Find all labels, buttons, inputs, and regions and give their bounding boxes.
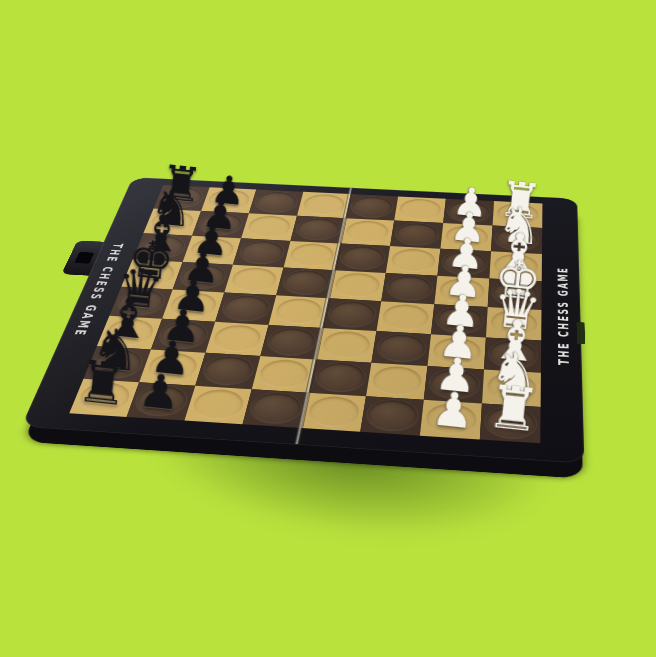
board-3d-stage: THE CHESS GAME ♜♟♟♜♞♟♟♞♝♟♟♝♚♟♟♚♛♟♟♛♝♟♟♝♞…: [21, 177, 584, 463]
square-recess: [386, 275, 433, 301]
square-recess: [190, 388, 247, 420]
right-edge-title: THE CHESS GAME: [554, 197, 574, 462]
square-b6[interactable]: [195, 353, 260, 389]
square-recess: [350, 196, 394, 218]
square-recess: [314, 362, 367, 393]
square-c3[interactable]: [371, 331, 431, 366]
square-g6[interactable]: [241, 213, 297, 241]
white-pawn[interactable]: ♟: [429, 385, 476, 437]
square-recess: [229, 267, 279, 293]
square-recess: [265, 327, 317, 356]
square-d3[interactable]: [376, 301, 434, 334]
square-recess: [201, 355, 256, 386]
square-f3[interactable]: [386, 246, 441, 276]
square-recess: [307, 395, 361, 428]
square-recess: [295, 218, 341, 241]
square-recess: [339, 246, 386, 271]
square-recess: [376, 334, 426, 363]
square-recess: [390, 248, 436, 273]
square-recess: [220, 295, 271, 322]
square-f6[interactable]: [233, 238, 291, 267]
square-recess: [301, 194, 346, 216]
square-d6[interactable]: [215, 292, 276, 324]
square-a8[interactable]: ♜: [69, 379, 139, 417]
square-h6[interactable]: [249, 189, 303, 215]
square-e4[interactable]: [329, 270, 386, 301]
photo-scene: THE CHESS GAME ♜♟♟♜♞♟♟♞♝♟♟♝♚♟♟♚♛♟♟♛♝♟♟♝♞…: [0, 0, 656, 657]
square-recess: [273, 298, 323, 325]
square-a2[interactable]: ♟: [420, 400, 482, 440]
square-recess: [238, 240, 286, 264]
square-recess: [211, 324, 264, 353]
square-recess: [398, 198, 441, 220]
black-pawn[interactable]: ♟: [136, 367, 182, 418]
square-c6[interactable]: [205, 322, 268, 356]
square-a1[interactable]: ♜: [480, 403, 541, 443]
square-recess: [381, 304, 430, 332]
square-recess: [288, 243, 336, 268]
square-c4[interactable]: [316, 328, 377, 363]
square-b3[interactable]: [366, 363, 427, 400]
square-recess: [321, 330, 372, 359]
square-recess: [253, 191, 299, 213]
square-recess: [394, 223, 439, 247]
square-recess: [248, 392, 304, 425]
square-b4[interactable]: [309, 359, 372, 396]
square-a4[interactable]: [301, 393, 366, 432]
square-h4[interactable]: [345, 194, 398, 221]
square-recess: [327, 301, 377, 329]
square-f4[interactable]: [335, 243, 391, 272]
square-g3[interactable]: [390, 221, 443, 249]
square-g4[interactable]: [340, 218, 394, 246]
square-recess: [281, 270, 330, 296]
square-recess: [366, 399, 419, 432]
square-e6[interactable]: [224, 265, 283, 296]
square-a6[interactable]: [184, 386, 251, 425]
latch-slot: [74, 252, 94, 264]
white-rook[interactable]: ♜: [484, 377, 543, 441]
square-a3[interactable]: [360, 396, 423, 435]
square-recess: [333, 272, 381, 298]
square-recess: [371, 365, 423, 396]
hinge-notch: [576, 322, 585, 345]
square-d4[interactable]: [322, 298, 381, 331]
square-e3[interactable]: [381, 273, 437, 304]
square-recess: [257, 359, 311, 390]
square-h3[interactable]: [394, 196, 446, 223]
square-recess: [345, 220, 390, 243]
chess-board: THE CHESS GAME ♜♟♟♜♞♟♟♞♝♟♟♝♚♟♟♚♛♟♟♛♝♟♟♝♞…: [21, 177, 584, 463]
black-rook[interactable]: ♜: [74, 352, 131, 414]
square-recess: [246, 215, 293, 238]
